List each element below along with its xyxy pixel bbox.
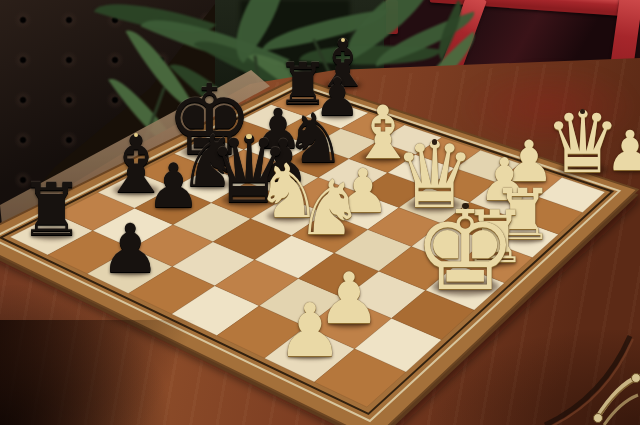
table-edge-shadow	[0, 320, 270, 425]
contrasting-finial	[462, 203, 469, 210]
piece-white-king-d1[interactable]: ♚	[407, 191, 524, 308]
contrasting-finial	[246, 134, 252, 140]
piece-white-knight-d4[interactable]: ♞	[292, 170, 368, 246]
piece-white-pawn-a2[interactable]: ♟	[273, 293, 347, 367]
piece-black-pawn-c7[interactable]: ♟	[143, 155, 204, 216]
piece-black-pawn-a6[interactable]: ♟	[96, 215, 163, 282]
shadow-vignette	[430, 330, 640, 425]
contrasting-finial	[432, 139, 437, 144]
piece-black-rook-a8[interactable]: ♜	[15, 174, 88, 247]
contrasting-finial	[580, 109, 585, 114]
photo-scene: ♝♜♟♟♚♝♞♟♛♟♟♞♝♟♛♛♟♟♞♞♜♜♜♟♚♟♟	[0, 0, 640, 425]
contrasting-finial	[341, 38, 345, 42]
contrasting-finial	[134, 133, 139, 138]
